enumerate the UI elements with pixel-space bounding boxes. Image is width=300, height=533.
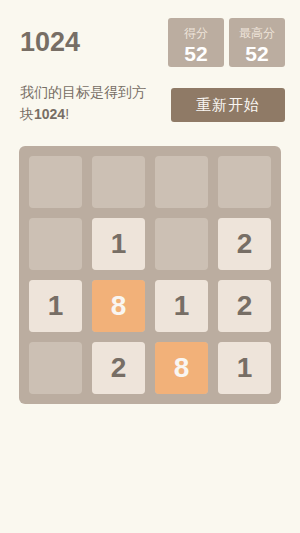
goal-target-number: 1024: [34, 106, 65, 122]
tile-1: 1: [92, 218, 145, 270]
board-cell: 1: [92, 218, 145, 270]
board-cell: 8: [155, 342, 208, 394]
score-box: 得分 52: [168, 18, 224, 67]
tile-1: 1: [155, 280, 208, 332]
best-score-box: 最高分 52: [229, 18, 285, 67]
tile-8: 8: [155, 342, 208, 394]
header: 1024 得分 52 最高分 52: [0, 0, 300, 67]
board-cell: [218, 156, 271, 208]
board-cell: 2: [92, 342, 145, 394]
goal-text-after: !: [65, 106, 69, 122]
tile-2: 2: [92, 342, 145, 394]
tile-2: 2: [218, 280, 271, 332]
best-score-label: 最高分: [239, 27, 275, 40]
board-cell: 1: [29, 280, 82, 332]
board-cell: [29, 156, 82, 208]
board-cell: 1: [218, 342, 271, 394]
game-page: 1024 得分 52 最高分 52 我们的目标是得到方块1024! 重新开始 1…: [0, 0, 300, 533]
game-board[interactable]: 121812281: [19, 146, 281, 404]
board-cell: 8: [92, 280, 145, 332]
game-title: 1024: [20, 18, 80, 67]
tile-1: 1: [218, 342, 271, 394]
board-cell: [92, 156, 145, 208]
best-score-value: 52: [239, 42, 275, 65]
intro-row: 我们的目标是得到方块1024! 重新开始: [0, 67, 300, 125]
goal-text: 我们的目标是得到方块1024!: [20, 81, 152, 125]
board-cell: [29, 342, 82, 394]
tile-8: 8: [92, 280, 145, 332]
board-cell: [29, 218, 82, 270]
board-cell: 2: [218, 280, 271, 332]
restart-button[interactable]: 重新开始: [171, 88, 285, 122]
board-cell: [155, 156, 208, 208]
tile-1: 1: [29, 280, 82, 332]
board-cell: 2: [218, 218, 271, 270]
board-cell: [155, 218, 208, 270]
score-panel: 得分 52 最高分 52: [168, 18, 285, 67]
score-value: 52: [178, 42, 214, 65]
score-label: 得分: [178, 27, 214, 40]
tile-2: 2: [218, 218, 271, 270]
board-cell: 1: [155, 280, 208, 332]
